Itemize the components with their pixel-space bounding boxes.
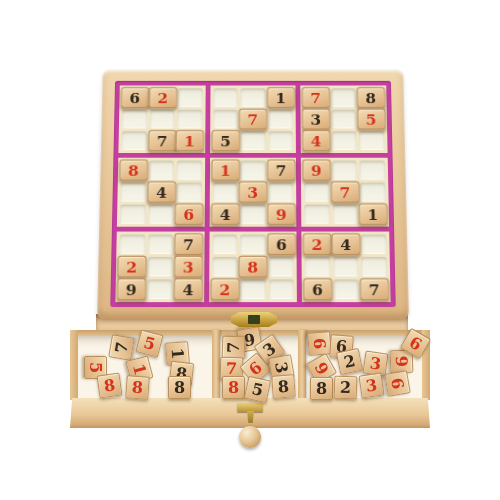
drawer-tile-1[interactable]: 7 xyxy=(108,334,135,361)
cell-r6c9[interactable]: 1 xyxy=(359,203,388,225)
brass-latch-icon[interactable] xyxy=(231,312,277,327)
cell-r7c2[interactable] xyxy=(148,234,174,253)
cell-r4c6[interactable]: 7 xyxy=(267,159,295,180)
cell-r1c2[interactable]: 2 xyxy=(148,87,176,108)
cell-r8c2[interactable] xyxy=(147,257,173,277)
drawer-divider-2 xyxy=(298,330,306,400)
drawer-tile-17[interactable]: 5 xyxy=(244,376,271,403)
cell-r9c3[interactable]: 4 xyxy=(174,278,203,300)
cell-r4c8[interactable] xyxy=(332,161,357,180)
sudoku-board: 62711757835484617349971723946822467 xyxy=(97,70,409,319)
block-1-3: 78354 xyxy=(301,85,388,152)
cell-r4c3[interactable] xyxy=(177,161,202,180)
cell-r6c3[interactable]: 6 xyxy=(175,203,203,225)
cell-r6c6[interactable]: 9 xyxy=(267,203,295,225)
cell-r4c1[interactable]: 8 xyxy=(119,159,147,180)
cell-r2c9[interactable]: 5 xyxy=(358,109,386,130)
cell-r3c7[interactable]: 4 xyxy=(302,130,330,151)
drawer-tile-29[interactable]: 6 xyxy=(384,370,411,397)
cell-r1c4[interactable] xyxy=(213,88,238,107)
cell-r2c1[interactable] xyxy=(122,110,147,129)
sudoku-grid: 62711757835484617349971723946822467 xyxy=(110,81,395,307)
cell-r2c8[interactable] xyxy=(331,110,356,129)
cell-r3c4[interactable]: 5 xyxy=(211,130,239,151)
drawer-tile-18[interactable]: 8 xyxy=(271,374,296,399)
cell-r2c4[interactable] xyxy=(213,110,238,129)
cell-r9c4[interactable]: 2 xyxy=(210,278,239,300)
tile-drawer[interactable]: 75185188867376385866923968236 xyxy=(70,330,430,460)
cell-r2c2[interactable] xyxy=(150,110,175,129)
block-2-1: 846 xyxy=(117,158,205,227)
cell-r8c1[interactable]: 2 xyxy=(117,256,146,278)
sudoku-box-photo: 62711757835484617349971723946822467 7518… xyxy=(0,0,500,500)
cell-r6c1[interactable] xyxy=(120,205,145,224)
cell-r7c7[interactable]: 2 xyxy=(303,233,332,255)
cell-r1c1[interactable]: 6 xyxy=(121,87,149,108)
cell-r1c3[interactable] xyxy=(178,88,203,107)
cell-r7c9[interactable] xyxy=(361,234,387,253)
drawer-interior: 75185188867376385866923968236 xyxy=(70,330,430,400)
cell-r4c5[interactable] xyxy=(240,161,265,180)
cell-r9c6[interactable] xyxy=(269,279,295,299)
block-2-3: 971 xyxy=(301,158,389,227)
cell-r3c3[interactable]: 1 xyxy=(176,130,204,151)
cell-r3c6[interactable] xyxy=(268,131,293,150)
cell-r5c6[interactable] xyxy=(268,182,293,201)
cell-r8c9[interactable] xyxy=(361,257,387,277)
cell-r6c4[interactable]: 4 xyxy=(211,203,239,225)
cell-r4c4[interactable]: 1 xyxy=(211,159,239,180)
cell-r8c7[interactable] xyxy=(305,257,331,277)
block-1-2: 175 xyxy=(210,85,296,152)
cell-r1c8[interactable] xyxy=(331,88,356,107)
cell-r9c5[interactable] xyxy=(240,279,265,299)
cell-r5c3[interactable] xyxy=(176,182,201,201)
cell-r7c8[interactable]: 4 xyxy=(331,233,360,255)
cell-r5c7[interactable] xyxy=(304,182,329,201)
brass-clasp-icon xyxy=(237,403,263,412)
drawer-tile-22[interactable]: 2 xyxy=(336,348,363,375)
cell-r6c7[interactable] xyxy=(304,205,329,224)
cell-r7c4[interactable] xyxy=(212,234,237,253)
cell-r5c1[interactable] xyxy=(120,182,145,201)
drawer-tile-27[interactable]: 2 xyxy=(334,376,358,400)
cell-r9c2[interactable] xyxy=(147,279,173,299)
cell-r4c7[interactable]: 9 xyxy=(303,159,331,180)
cell-r5c4[interactable] xyxy=(212,182,237,201)
drawer-tile-8[interactable]: 8 xyxy=(125,375,150,400)
cell-r1c5[interactable] xyxy=(241,88,266,107)
cell-r2c7[interactable]: 3 xyxy=(302,109,330,130)
drawer-tile-2[interactable]: 5 xyxy=(135,329,163,357)
cell-r3c9[interactable] xyxy=(359,131,384,150)
cell-r9c9[interactable]: 7 xyxy=(360,278,389,300)
cell-r1c7[interactable]: 7 xyxy=(302,87,330,108)
drawer-tile-16[interactable]: 8 xyxy=(222,376,245,399)
cell-r8c3[interactable]: 3 xyxy=(174,256,203,278)
drawer-tile-26[interactable]: 8 xyxy=(310,377,333,400)
drawer-divider-1 xyxy=(212,330,220,400)
cell-r6c5[interactable] xyxy=(240,205,265,224)
block-3-1: 72394 xyxy=(115,232,204,303)
cell-r9c7[interactable]: 6 xyxy=(303,278,332,300)
cell-r7c5[interactable] xyxy=(240,234,265,253)
block-3-3: 2467 xyxy=(302,232,391,303)
cell-r6c8[interactable] xyxy=(333,205,358,224)
cell-r5c8[interactable]: 7 xyxy=(331,181,359,202)
cell-r9c1[interactable]: 9 xyxy=(117,278,146,300)
cell-r8c6[interactable] xyxy=(269,257,294,277)
cell-r8c8[interactable] xyxy=(333,257,359,277)
cell-r2c5[interactable]: 7 xyxy=(239,109,267,130)
drawer-tile-19[interactable]: 6 xyxy=(307,331,332,356)
cell-r6c2[interactable] xyxy=(148,205,173,224)
cell-r7c1[interactable] xyxy=(119,234,145,253)
cell-r4c2[interactable] xyxy=(149,161,174,180)
cell-r2c3[interactable] xyxy=(177,110,202,129)
cell-r3c5[interactable] xyxy=(241,131,266,150)
cell-r1c6[interactable]: 1 xyxy=(267,87,295,108)
block-3-2: 682 xyxy=(209,232,297,303)
drawer-tile-28[interactable]: 3 xyxy=(359,373,385,399)
block-2-2: 17349 xyxy=(209,158,296,227)
drawer-tile-7[interactable]: 8 xyxy=(97,373,123,399)
cell-r2c6[interactable] xyxy=(268,110,293,129)
cell-r3c1[interactable] xyxy=(121,131,146,150)
cell-r4c9[interactable] xyxy=(360,161,385,180)
cell-r5c5[interactable]: 3 xyxy=(239,181,267,202)
cell-r7c6[interactable]: 6 xyxy=(267,233,295,255)
cell-r3c8[interactable] xyxy=(332,131,357,150)
block-1-1: 6271 xyxy=(118,85,205,152)
cell-r5c9[interactable] xyxy=(360,182,385,201)
cell-r7c3[interactable]: 7 xyxy=(174,233,203,255)
cell-r9c8[interactable] xyxy=(333,279,359,299)
drawer-tile-9[interactable]: 8 xyxy=(168,376,191,399)
cell-r8c5[interactable]: 8 xyxy=(239,256,267,278)
cell-r3c2[interactable]: 7 xyxy=(148,130,176,151)
drawer-left-wall xyxy=(70,330,78,400)
cell-r1c9[interactable]: 8 xyxy=(357,87,385,108)
drawer-knob[interactable] xyxy=(239,426,261,448)
cell-r5c2[interactable]: 4 xyxy=(147,181,175,202)
cell-r8c4[interactable] xyxy=(212,257,237,277)
